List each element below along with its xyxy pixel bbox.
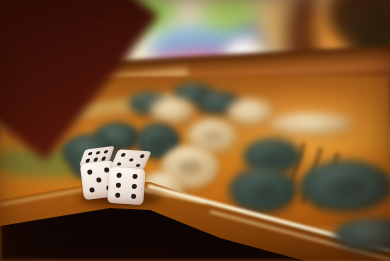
die-pip — [115, 193, 120, 198]
die-pip — [121, 153, 126, 157]
right-die-front-face — [107, 167, 145, 205]
die-pip — [95, 151, 100, 155]
die-pip — [102, 156, 107, 160]
die-pip — [85, 158, 90, 162]
die-pip — [93, 157, 98, 161]
die-pip — [131, 194, 136, 199]
die-pip — [117, 173, 122, 178]
checker-light — [269, 113, 353, 135]
die-pip — [89, 187, 95, 193]
checker-light — [227, 99, 273, 125]
die-pip — [135, 164, 140, 168]
die-pip — [128, 158, 133, 162]
die-pip — [132, 184, 137, 189]
right-die — [105, 147, 153, 208]
backgammon-photo — [0, 0, 390, 261]
die-pip — [87, 169, 93, 175]
die-pip — [116, 183, 121, 188]
checker-dark — [229, 167, 297, 213]
die-pip — [139, 154, 144, 158]
die-pip — [96, 177, 102, 183]
checker-dark — [299, 160, 390, 212]
die-pip — [87, 152, 92, 156]
checker-light — [150, 97, 194, 123]
die-pip — [117, 162, 122, 166]
die-pip — [132, 174, 137, 179]
